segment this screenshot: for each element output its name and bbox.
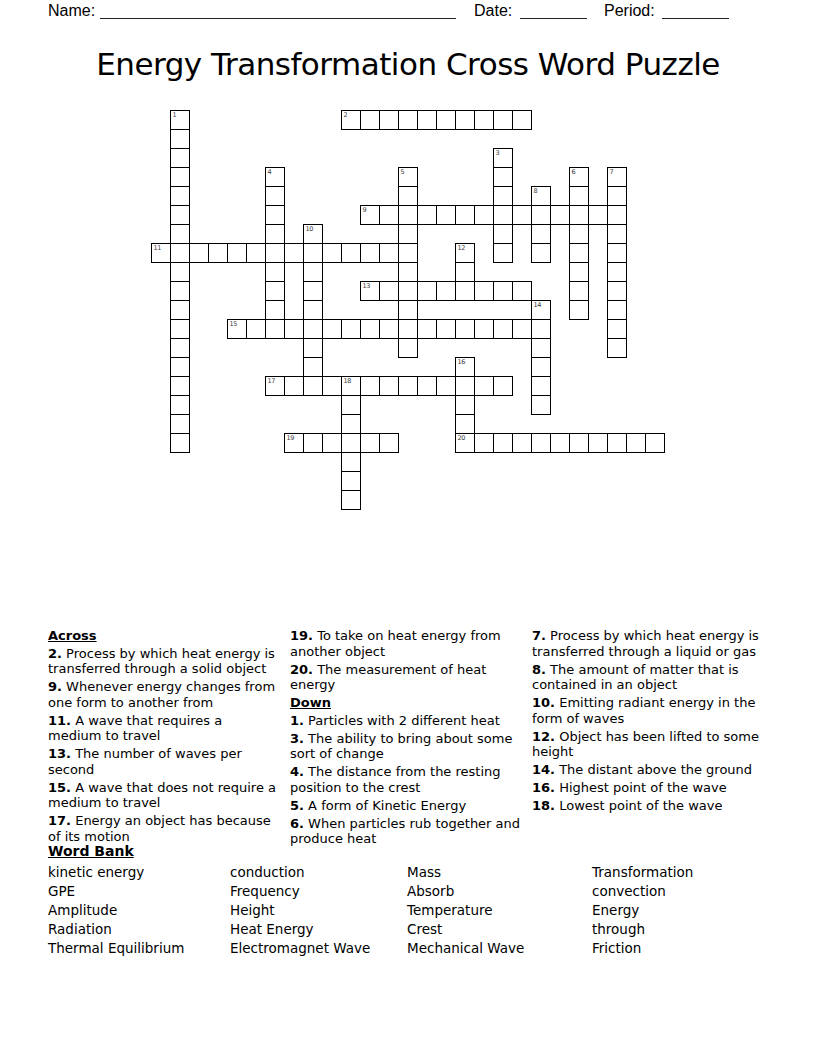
cell-r7c7[interactable]: [284, 243, 304, 263]
word-bank-item: Mass: [407, 863, 592, 882]
cell-r5c17[interactable]: [474, 205, 494, 225]
cell-r0c16[interactable]: [455, 110, 475, 130]
clue-number-11: 11: [154, 245, 162, 252]
clue-down-10: 10. Emitting radiant energy in the form …: [532, 695, 772, 726]
clue-across-13: 13. The number of waves per second: [48, 746, 279, 777]
clue-number-18: 18: [344, 378, 352, 385]
cell-r9c17[interactable]: [474, 281, 494, 301]
cell-r5c11[interactable]: 9: [360, 205, 380, 225]
cell-r4c22[interactable]: [569, 186, 589, 206]
word-bank-item: Mechanical Wave: [407, 939, 592, 958]
clue-down-16: 16. Highest point of the wave: [532, 780, 772, 796]
clue-down-1: 1. Particles with 2 different heat: [290, 713, 528, 729]
cell-r6c22[interactable]: [569, 224, 589, 244]
cell-r8c13[interactable]: [398, 262, 418, 282]
cell-r5c16[interactable]: [455, 205, 475, 225]
crossword-grid: 1234567891011121314151617181920: [151, 110, 665, 510]
clue-down-18: 18. Lowest point of the wave: [532, 798, 772, 814]
cell-r17c18[interactable]: [493, 433, 513, 453]
cell-r11c19[interactable]: [512, 319, 532, 339]
cell-r17c22[interactable]: [569, 433, 589, 453]
clue-number-17: 17: [268, 378, 276, 385]
cell-r10c22[interactable]: [569, 300, 589, 320]
name-blank-line[interactable]: [100, 2, 456, 19]
cell-r11c10[interactable]: [341, 319, 361, 339]
cell-r9c13[interactable]: [398, 281, 418, 301]
cell-r9c18[interactable]: [493, 281, 513, 301]
cell-r9c14[interactable]: [417, 281, 437, 301]
cell-r9c24[interactable]: [607, 281, 627, 301]
cell-r7c12[interactable]: [379, 243, 399, 263]
cell-r3c22[interactable]: 6: [569, 167, 589, 187]
clue-across-19: 19. To take on heat energy from another …: [290, 628, 528, 659]
cell-r17c25[interactable]: [626, 433, 646, 453]
cell-r5c15[interactable]: [436, 205, 456, 225]
cell-r2c18[interactable]: 3: [493, 148, 513, 168]
name-label: Name:: [48, 2, 95, 20]
cell-r9c6[interactable]: [265, 281, 285, 301]
clue-down-6: 6. When particles rub together and produ…: [290, 816, 528, 847]
cell-r13c20[interactable]: [531, 357, 551, 377]
clue-down-8: 8. The amount of matter that is containe…: [532, 662, 772, 693]
cell-r17c19[interactable]: [512, 433, 532, 453]
cell-r9c15[interactable]: [436, 281, 456, 301]
cell-r14c14[interactable]: [417, 376, 437, 396]
clue-number-20: 20: [458, 435, 466, 442]
cell-r7c5[interactable]: [246, 243, 266, 263]
cell-r6c18[interactable]: [493, 224, 513, 244]
cell-r8c8[interactable]: [303, 262, 323, 282]
cell-r9c8[interactable]: [303, 281, 323, 301]
cell-r7c8[interactable]: [303, 243, 323, 263]
clue-number-4: 4: [268, 169, 272, 176]
cell-r0c14[interactable]: [417, 110, 437, 130]
word-bank-item: Transformation: [592, 863, 762, 882]
word-bank-item: Thermal Equilibrium: [48, 939, 230, 958]
cell-r15c16[interactable]: [455, 395, 475, 415]
cell-r13c16[interactable]: 16: [455, 357, 475, 377]
cell-r14c20[interactable]: [531, 376, 551, 396]
cell-r17c10[interactable]: [341, 433, 361, 453]
cell-r5c21[interactable]: [550, 205, 570, 225]
word-bank-item: kinetic energy: [48, 863, 230, 882]
word-bank-item: convection: [592, 882, 762, 901]
clue-across-9: 9. Whenever energy changes from one form…: [48, 679, 279, 710]
cell-r8c1[interactable]: [170, 262, 190, 282]
cell-r4c24[interactable]: [607, 186, 627, 206]
cell-r11c12[interactable]: [379, 319, 399, 339]
cell-r18c10[interactable]: [341, 452, 361, 472]
cell-r11c5[interactable]: [246, 319, 266, 339]
clue-across-11: 11. A wave that requires a medium to tra…: [48, 713, 279, 744]
cell-r0c18[interactable]: [493, 110, 513, 130]
word-bank-item: Electromagnet Wave: [230, 939, 407, 958]
cell-r7c11[interactable]: [360, 243, 380, 263]
cell-r0c13[interactable]: [398, 110, 418, 130]
cell-r15c10[interactable]: [341, 395, 361, 415]
cell-r4c20[interactable]: 8: [531, 186, 551, 206]
cell-r10c13[interactable]: [398, 300, 418, 320]
cell-r5c20[interactable]: [531, 205, 551, 225]
period-label: Period:: [604, 2, 655, 20]
cell-r8c6[interactable]: [265, 262, 285, 282]
cell-r17c9[interactable]: [322, 433, 342, 453]
cell-r11c1[interactable]: [170, 319, 190, 339]
cell-r11c7[interactable]: [284, 319, 304, 339]
cell-r5c13[interactable]: [398, 205, 418, 225]
cell-r20c10[interactable]: [341, 490, 361, 510]
cell-r15c1[interactable]: [170, 395, 190, 415]
cell-r7c24[interactable]: [607, 243, 627, 263]
cell-r14c11[interactable]: [360, 376, 380, 396]
cell-r14c12[interactable]: [379, 376, 399, 396]
word-bank-item: Frequency: [230, 882, 407, 901]
cell-r7c1[interactable]: [170, 243, 190, 263]
cell-r0c17[interactable]: [474, 110, 494, 130]
word-bank-item: Absorb: [407, 882, 592, 901]
word-bank-column-4: TransformationconvectionEnergythroughFri…: [592, 863, 762, 958]
cell-r17c8[interactable]: [303, 433, 323, 453]
cell-r5c1[interactable]: [170, 205, 190, 225]
cell-r16c1[interactable]: [170, 414, 190, 434]
cell-r5c12[interactable]: [379, 205, 399, 225]
cell-r17c16[interactable]: 20: [455, 433, 475, 453]
cell-r14c8[interactable]: [303, 376, 323, 396]
clue-across-17: 17. Energy an object has because of its …: [48, 813, 279, 844]
word-bank-columns: kinetic energyGPEAmplitudeRadiationTherm…: [48, 863, 770, 958]
cell-r14c9[interactable]: [322, 376, 342, 396]
cell-r5c14[interactable]: [417, 205, 437, 225]
cell-r19c10[interactable]: [341, 471, 361, 491]
cell-r9c11[interactable]: 13: [360, 281, 380, 301]
word-bank-item: conduction: [230, 863, 407, 882]
cell-r17c11[interactable]: [360, 433, 380, 453]
cell-r0c10[interactable]: 2: [341, 110, 361, 130]
cell-r14c1[interactable]: [170, 376, 190, 396]
cell-r6c13[interactable]: [398, 224, 418, 244]
cell-r10c24[interactable]: [607, 300, 627, 320]
cell-r2c1[interactable]: [170, 148, 190, 168]
cell-r11c24[interactable]: [607, 319, 627, 339]
cell-r7c0[interactable]: 11: [151, 243, 171, 263]
cell-r10c1[interactable]: [170, 300, 190, 320]
cell-r12c13[interactable]: [398, 338, 418, 358]
cell-r17c24[interactable]: [607, 433, 627, 453]
clue-down-4: 4. The distance from the resting positio…: [290, 764, 528, 795]
cell-r9c1[interactable]: [170, 281, 190, 301]
cell-r6c20[interactable]: [531, 224, 551, 244]
clue-number-14: 14: [534, 302, 542, 309]
cell-r7c18[interactable]: [493, 243, 513, 263]
cell-r8c16[interactable]: [455, 262, 475, 282]
clue-down-12: 12. Object has been lifted to some heigh…: [532, 729, 772, 760]
clue-number-3: 3: [496, 150, 500, 157]
word-bank-item: GPE: [48, 882, 230, 901]
clue-number-15: 15: [230, 321, 238, 328]
cell-r0c15[interactable]: [436, 110, 456, 130]
cell-r11c8[interactable]: [303, 319, 323, 339]
cell-r14c18[interactable]: [493, 376, 513, 396]
cell-r6c8[interactable]: 10: [303, 224, 323, 244]
cell-r7c20[interactable]: [531, 243, 551, 263]
cell-r10c6[interactable]: [265, 300, 285, 320]
cell-r14c10[interactable]: 18: [341, 376, 361, 396]
cell-r4c6[interactable]: [265, 186, 285, 206]
cell-r17c26[interactable]: [645, 433, 665, 453]
cell-r9c19[interactable]: [512, 281, 532, 301]
cell-r12c24[interactable]: [607, 338, 627, 358]
cell-r17c23[interactable]: [588, 433, 608, 453]
clue-number-12: 12: [458, 245, 466, 252]
cell-r9c22[interactable]: [569, 281, 589, 301]
cell-r11c14[interactable]: [417, 319, 437, 339]
clue-number-8: 8: [534, 188, 538, 195]
page-title: Energy Transformation Cross Word Puzzle: [0, 46, 816, 82]
cell-r8c22[interactable]: [569, 262, 589, 282]
cell-r12c20[interactable]: [531, 338, 551, 358]
cell-r12c1[interactable]: [170, 338, 190, 358]
clue-down-3: 3. The ability to bring about some sort …: [290, 731, 528, 762]
word-bank-item: Temperature: [407, 901, 592, 920]
clue-number-5: 5: [401, 169, 405, 176]
cell-r17c7[interactable]: 19: [284, 433, 304, 453]
clue-column-3: 7. Process by which heat energy is trans…: [532, 628, 772, 816]
word-bank-column-2: conductionFrequencyHeightHeat EnergyElec…: [230, 863, 407, 958]
cell-r14c7[interactable]: [284, 376, 304, 396]
cell-r16c10[interactable]: [341, 414, 361, 434]
cell-r6c6[interactable]: [265, 224, 285, 244]
cell-r5c19[interactable]: [512, 205, 532, 225]
period-blank-line[interactable]: [662, 2, 729, 19]
cell-r7c6[interactable]: [265, 243, 285, 263]
cell-r16c16[interactable]: [455, 414, 475, 434]
cell-r5c22[interactable]: [569, 205, 589, 225]
word-bank-item: through: [592, 920, 762, 939]
cell-r10c8[interactable]: [303, 300, 323, 320]
clue-number-9: 9: [363, 207, 367, 214]
word-bank-item: Crest: [407, 920, 592, 939]
cell-r6c24[interactable]: [607, 224, 627, 244]
cell-r7c2[interactable]: [189, 243, 209, 263]
cell-r7c22[interactable]: [569, 243, 589, 263]
cell-r9c16[interactable]: [455, 281, 475, 301]
across-header: Across: [48, 628, 279, 644]
cell-r17c17[interactable]: [474, 433, 494, 453]
cell-r4c13[interactable]: [398, 186, 418, 206]
word-bank-item: Amplitude: [48, 901, 230, 920]
word-bank-section: Word Bank kinetic energyGPEAmplitudeRadi…: [48, 843, 770, 958]
cell-r14c16[interactable]: [455, 376, 475, 396]
cell-r12c8[interactable]: [303, 338, 323, 358]
clue-down-5: 5. A form of Kinetic Energy: [290, 798, 528, 814]
cell-r11c4[interactable]: 15: [227, 319, 247, 339]
cell-r1c1[interactable]: [170, 129, 190, 149]
cell-r11c9[interactable]: [322, 319, 342, 339]
cell-r11c20[interactable]: [531, 319, 551, 339]
cell-r9c12[interactable]: [379, 281, 399, 301]
cell-r5c23[interactable]: [588, 205, 608, 225]
cell-r15c20[interactable]: [531, 395, 551, 415]
cell-r8c24[interactable]: [607, 262, 627, 282]
cell-r11c18[interactable]: [493, 319, 513, 339]
cell-r11c17[interactable]: [474, 319, 494, 339]
cell-r7c4[interactable]: [227, 243, 247, 263]
cell-r11c13[interactable]: [398, 319, 418, 339]
clue-down-14: 14. The distant above the ground: [532, 762, 772, 778]
clue-across-2: 2. Process by which heat energy is trans…: [48, 646, 279, 677]
cell-r7c3[interactable]: [208, 243, 228, 263]
clue-number-19: 19: [287, 435, 295, 442]
word-bank-title: Word Bank: [48, 843, 770, 859]
cell-r7c9[interactable]: [322, 243, 342, 263]
cell-r0c11[interactable]: [360, 110, 380, 130]
cell-r0c1[interactable]: 1: [170, 110, 190, 130]
date-label: Date:: [474, 2, 512, 20]
cell-r13c1[interactable]: [170, 357, 190, 377]
clue-column-1: Across2. Process by which heat energy is…: [48, 628, 279, 847]
cell-r5c18[interactable]: [493, 205, 513, 225]
cell-r5c24[interactable]: [607, 205, 627, 225]
cell-r17c21[interactable]: [550, 433, 570, 453]
clue-number-16: 16: [458, 359, 466, 366]
date-blank-line[interactable]: [520, 2, 587, 19]
clue-across-20: 20. The measurement of heat energy: [290, 662, 528, 693]
clue-column-2: 19. To take on heat energy from another …: [290, 628, 528, 849]
cell-r11c16[interactable]: [455, 319, 475, 339]
cell-r7c10[interactable]: [341, 243, 361, 263]
cell-r3c13[interactable]: 5: [398, 167, 418, 187]
cell-r14c15[interactable]: [436, 376, 456, 396]
cell-r6c1[interactable]: [170, 224, 190, 244]
cell-r13c8[interactable]: [303, 357, 323, 377]
clue-down-7: 7. Process by which heat energy is trans…: [532, 628, 772, 659]
cell-r11c6[interactable]: [265, 319, 285, 339]
clue-across-15: 15. A wave that does not require a mediu…: [48, 780, 279, 811]
clue-number-13: 13: [363, 283, 371, 290]
cell-r14c17[interactable]: [474, 376, 494, 396]
cell-r5c6[interactable]: [265, 205, 285, 225]
clue-number-1: 1: [173, 112, 177, 119]
cell-r11c11[interactable]: [360, 319, 380, 339]
word-bank-item: Energy: [592, 901, 762, 920]
cell-r14c6[interactable]: 17: [265, 376, 285, 396]
word-bank-item: Heat Energy: [230, 920, 407, 939]
cell-r11c15[interactable]: [436, 319, 456, 339]
down-header: Down: [290, 695, 528, 711]
word-bank-column-3: MassAbsorbTemperatureCrestMechanical Wav…: [407, 863, 592, 958]
clue-number-7: 7: [610, 169, 614, 176]
clue-number-2: 2: [344, 112, 348, 119]
cell-r17c1[interactable]: [170, 433, 190, 453]
cell-r0c12[interactable]: [379, 110, 399, 130]
cell-r17c20[interactable]: [531, 433, 551, 453]
cell-r7c13[interactable]: [398, 243, 418, 263]
cell-r3c6[interactable]: 4: [265, 167, 285, 187]
clue-number-10: 10: [306, 226, 314, 233]
cell-r0c19[interactable]: [512, 110, 532, 130]
cell-r4c18[interactable]: [493, 186, 513, 206]
cell-r3c1[interactable]: [170, 167, 190, 187]
word-bank-item: Height: [230, 901, 407, 920]
cell-r17c12[interactable]: [379, 433, 399, 453]
clue-number-6: 6: [572, 169, 576, 176]
word-bank-column-1: kinetic energyGPEAmplitudeRadiationTherm…: [48, 863, 230, 958]
cell-r3c18[interactable]: [493, 167, 513, 187]
cell-r7c16[interactable]: 12: [455, 243, 475, 263]
cell-r4c1[interactable]: [170, 186, 190, 206]
cell-r10c20[interactable]: 14: [531, 300, 551, 320]
cell-r3c24[interactable]: 7: [607, 167, 627, 187]
cell-r14c13[interactable]: [398, 376, 418, 396]
word-bank-item: Friction: [592, 939, 762, 958]
word-bank-item: Radiation: [48, 920, 230, 939]
